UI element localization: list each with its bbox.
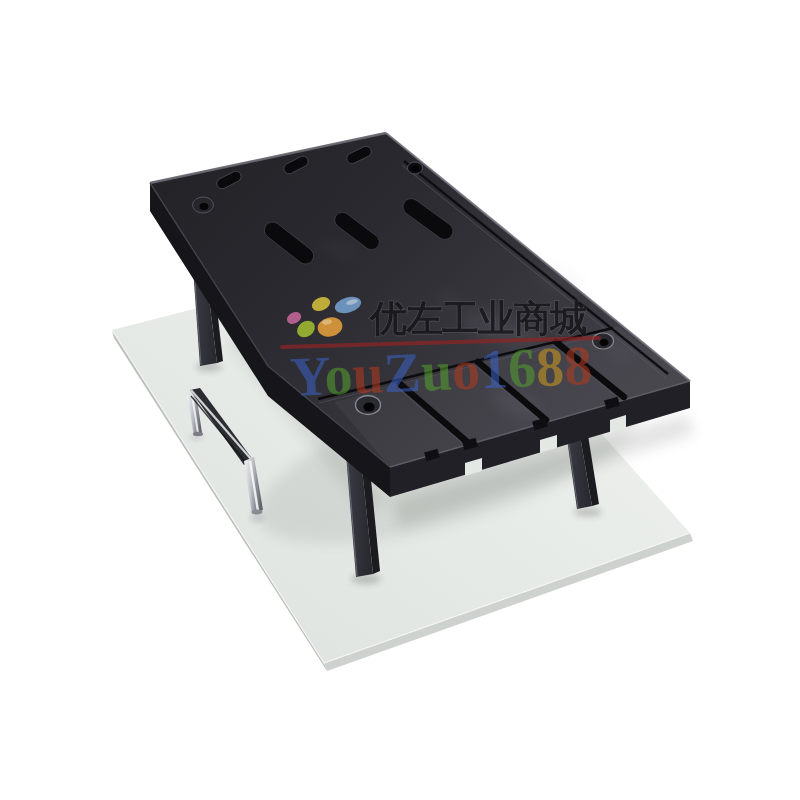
handle-foot [252,509,263,514]
counterbore-center [200,203,209,210]
product-photo: 优左工业商城 YouZuo1688 [0,0,800,800]
handle-foot-shadow [250,515,264,521]
counterbore-center [599,339,608,346]
round-hole-bore [412,166,420,172]
leg-foot-shadow [574,508,602,517]
watermark-text-cn: 优左工业商城 [368,297,587,340]
leg-foot-shadow [351,574,381,584]
product-photo-canvas: 优左工业商城 YouZuo1688 [0,0,800,800]
watermark-text-en: YouZuo1688 [289,334,593,408]
handle-foot [193,432,203,436]
